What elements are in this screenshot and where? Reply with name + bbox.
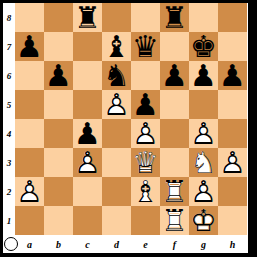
piece-white-pawn-g4: ♟♙ xyxy=(189,119,218,148)
square-g2[interactable]: ♟♙ xyxy=(189,177,218,206)
square-b2[interactable] xyxy=(44,177,73,206)
square-a8[interactable] xyxy=(15,3,44,32)
square-g6[interactable]: ♟ xyxy=(189,61,218,90)
square-e3[interactable]: ♛♕ xyxy=(131,148,160,177)
square-e6[interactable] xyxy=(131,61,160,90)
square-b4[interactable] xyxy=(44,119,73,148)
square-a4[interactable] xyxy=(15,119,44,148)
square-a1[interactable] xyxy=(15,206,44,235)
rank-label-4: 4 xyxy=(3,119,15,148)
square-d6[interactable]: ♞ xyxy=(102,61,131,90)
file-label-g: g xyxy=(189,237,218,252)
square-f4[interactable] xyxy=(160,119,189,148)
square-g7[interactable]: ♚ xyxy=(189,32,218,61)
square-d5[interactable]: ♟♙ xyxy=(102,90,131,119)
square-f2[interactable]: ♜♖ xyxy=(160,177,189,206)
square-d7[interactable]: ♝ xyxy=(102,32,131,61)
rank-label-5: 5 xyxy=(3,90,15,119)
square-e5[interactable]: ♟ xyxy=(131,90,160,119)
file-label-b: b xyxy=(44,237,73,252)
square-h6[interactable]: ♟ xyxy=(218,61,247,90)
square-h3[interactable]: ♟♙ xyxy=(218,148,247,177)
piece-black-pawn-f6: ♟ xyxy=(160,61,189,90)
square-b3[interactable] xyxy=(44,148,73,177)
piece-black-pawn-h6: ♟ xyxy=(218,61,247,90)
chess-diagram: ♜♜♟♝♛♚♟♞♟♟♟♟♙♟♟♟♙♟♙♟♙♛♕♞♘♟♙♟♙♝♗♜♖♟♙♜♖♚♔ … xyxy=(0,0,257,257)
square-e1[interactable] xyxy=(131,206,160,235)
square-e2[interactable]: ♝♗ xyxy=(131,177,160,206)
square-h2[interactable] xyxy=(218,177,247,206)
square-f5[interactable] xyxy=(160,90,189,119)
square-d2[interactable] xyxy=(102,177,131,206)
square-h8[interactable] xyxy=(218,3,247,32)
square-a5[interactable] xyxy=(15,90,44,119)
piece-black-rook-c8: ♜ xyxy=(73,3,102,32)
piece-black-pawn-e5: ♟ xyxy=(131,90,160,119)
square-b6[interactable]: ♟ xyxy=(44,61,73,90)
square-f1[interactable]: ♜♖ xyxy=(160,206,189,235)
square-g3[interactable]: ♞♘ xyxy=(189,148,218,177)
square-c1[interactable] xyxy=(73,206,102,235)
square-h1[interactable] xyxy=(218,206,247,235)
piece-white-pawn-a2: ♟♙ xyxy=(15,177,44,206)
square-c7[interactable] xyxy=(73,32,102,61)
file-labels: abcdefgh xyxy=(15,237,247,252)
piece-white-pawn-g2: ♟♙ xyxy=(189,177,218,206)
piece-black-pawn-a7: ♟ xyxy=(15,32,44,61)
rank-labels: 87654321 xyxy=(3,3,15,235)
square-f7[interactable] xyxy=(160,32,189,61)
square-e7[interactable]: ♛ xyxy=(131,32,160,61)
white-to-move-icon xyxy=(4,237,18,251)
piece-white-king-g1: ♚♔ xyxy=(189,206,218,235)
file-label-c: c xyxy=(73,237,102,252)
square-f8[interactable]: ♜ xyxy=(160,3,189,32)
rank-label-1: 1 xyxy=(3,206,15,235)
file-label-f: f xyxy=(160,237,189,252)
square-c4[interactable]: ♟ xyxy=(73,119,102,148)
rank-label-8: 8 xyxy=(3,3,15,32)
square-c3[interactable]: ♟♙ xyxy=(73,148,102,177)
square-e8[interactable] xyxy=(131,3,160,32)
piece-black-rook-f8: ♜ xyxy=(160,3,189,32)
piece-black-king-g7: ♚ xyxy=(189,32,218,61)
square-f3[interactable] xyxy=(160,148,189,177)
piece-white-bishop-e2: ♝♗ xyxy=(131,177,160,206)
square-a6[interactable] xyxy=(15,61,44,90)
piece-black-knight-d6: ♞ xyxy=(102,61,131,90)
chessboard: ♜♜♟♝♛♚♟♞♟♟♟♟♙♟♟♟♙♟♙♟♙♛♕♞♘♟♙♟♙♝♗♜♖♟♙♜♖♚♔ xyxy=(15,3,247,235)
square-c6[interactable] xyxy=(73,61,102,90)
piece-white-knight-g3: ♞♘ xyxy=(189,148,218,177)
piece-white-pawn-h3: ♟♙ xyxy=(218,148,247,177)
rank-label-7: 7 xyxy=(3,32,15,61)
piece-white-pawn-e4: ♟♙ xyxy=(131,119,160,148)
square-b1[interactable] xyxy=(44,206,73,235)
square-h4[interactable] xyxy=(218,119,247,148)
square-c2[interactable] xyxy=(73,177,102,206)
square-b8[interactable] xyxy=(44,3,73,32)
file-label-a: a xyxy=(15,237,44,252)
square-e4[interactable]: ♟♙ xyxy=(131,119,160,148)
square-g1[interactable]: ♚♔ xyxy=(189,206,218,235)
piece-black-pawn-c4: ♟ xyxy=(73,119,102,148)
rank-label-3: 3 xyxy=(3,148,15,177)
piece-black-queen-e7: ♛ xyxy=(131,32,160,61)
square-b7[interactable] xyxy=(44,32,73,61)
square-a2[interactable]: ♟♙ xyxy=(15,177,44,206)
square-b5[interactable] xyxy=(44,90,73,119)
piece-white-pawn-c3: ♟♙ xyxy=(73,148,102,177)
square-a7[interactable]: ♟ xyxy=(15,32,44,61)
square-h7[interactable] xyxy=(218,32,247,61)
file-label-e: e xyxy=(131,237,160,252)
piece-black-pawn-g6: ♟ xyxy=(189,61,218,90)
square-d8[interactable] xyxy=(102,3,131,32)
square-h5[interactable] xyxy=(218,90,247,119)
square-g5[interactable] xyxy=(189,90,218,119)
square-g4[interactable]: ♟♙ xyxy=(189,119,218,148)
square-f6[interactable]: ♟ xyxy=(160,61,189,90)
rank-label-2: 2 xyxy=(3,177,15,206)
piece-black-bishop-d7: ♝ xyxy=(102,32,131,61)
file-label-d: d xyxy=(102,237,131,252)
piece-white-queen-e3: ♛♕ xyxy=(131,148,160,177)
square-d1[interactable] xyxy=(102,206,131,235)
square-d4[interactable] xyxy=(102,119,131,148)
piece-white-rook-f1: ♜♖ xyxy=(160,206,189,235)
square-a3[interactable] xyxy=(15,148,44,177)
square-c5[interactable] xyxy=(73,90,102,119)
piece-black-pawn-b6: ♟ xyxy=(44,61,73,90)
square-c8[interactable]: ♜ xyxy=(73,3,102,32)
rank-label-6: 6 xyxy=(3,61,15,90)
piece-white-pawn-d5: ♟♙ xyxy=(102,90,131,119)
file-label-h: h xyxy=(218,237,247,252)
piece-white-rook-f2: ♜♖ xyxy=(160,177,189,206)
square-g8[interactable] xyxy=(189,3,218,32)
square-d3[interactable] xyxy=(102,148,131,177)
